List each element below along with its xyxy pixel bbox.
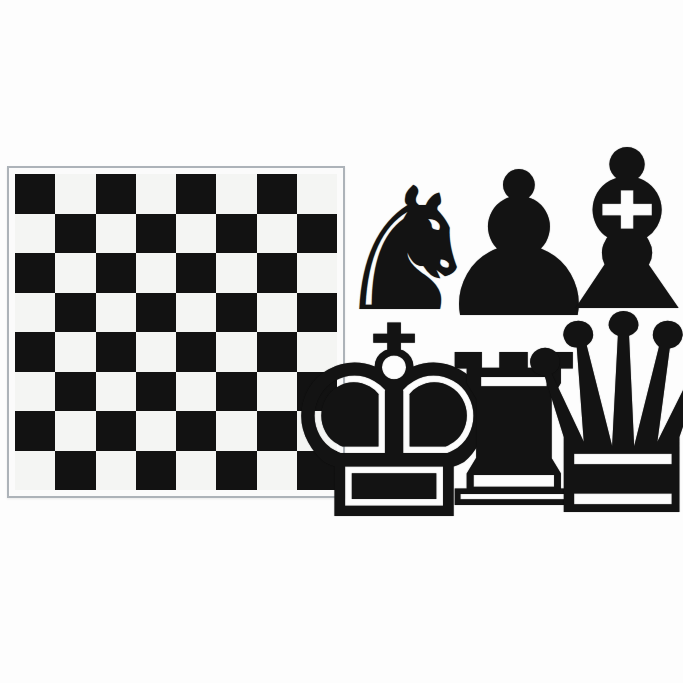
board-square[interactable] — [55, 451, 95, 491]
board-square[interactable] — [15, 174, 55, 214]
board-square[interactable] — [216, 214, 256, 254]
board-square[interactable] — [136, 411, 176, 451]
board-square[interactable] — [15, 372, 55, 412]
board-square[interactable] — [176, 253, 216, 293]
product-photo-stage: ♞ ♟ ♝ ♚ ♜ ♛ — [0, 0, 683, 683]
board-square[interactable] — [136, 214, 176, 254]
board-square[interactable] — [176, 293, 216, 333]
board-square[interactable] — [15, 451, 55, 491]
board-square[interactable] — [55, 332, 95, 372]
board-square[interactable] — [15, 214, 55, 254]
board-square[interactable] — [96, 372, 136, 412]
board-square[interactable] — [96, 293, 136, 333]
board-square[interactable] — [136, 293, 176, 333]
board-square[interactable] — [176, 332, 216, 372]
board-square[interactable] — [136, 451, 176, 491]
board-square[interactable] — [15, 332, 55, 372]
board-square[interactable] — [216, 451, 256, 491]
board-square[interactable] — [55, 411, 95, 451]
board-square[interactable] — [15, 411, 55, 451]
board-square[interactable] — [96, 451, 136, 491]
board-square[interactable] — [257, 174, 297, 214]
board-square[interactable] — [55, 372, 95, 412]
board-square[interactable] — [96, 411, 136, 451]
board-square[interactable] — [136, 253, 176, 293]
board-square[interactable] — [136, 332, 176, 372]
board-square[interactable] — [216, 332, 256, 372]
board-square[interactable] — [216, 411, 256, 451]
board-square[interactable] — [96, 332, 136, 372]
board-square[interactable] — [96, 253, 136, 293]
board-square[interactable] — [136, 174, 176, 214]
board-square[interactable] — [216, 174, 256, 214]
board-square[interactable] — [216, 253, 256, 293]
board-square[interactable] — [176, 214, 216, 254]
piece-black-queen[interactable]: ♛ — [500, 280, 683, 555]
board-square[interactable] — [15, 293, 55, 333]
board-square[interactable] — [55, 174, 95, 214]
board-square[interactable] — [55, 214, 95, 254]
board-square[interactable] — [176, 372, 216, 412]
board-square[interactable] — [96, 214, 136, 254]
board-square[interactable] — [216, 293, 256, 333]
board-square[interactable] — [176, 451, 216, 491]
board-square[interactable] — [176, 174, 216, 214]
board-square[interactable] — [15, 253, 55, 293]
board-square[interactable] — [257, 214, 297, 254]
board-square[interactable] — [136, 372, 176, 412]
board-square[interactable] — [55, 293, 95, 333]
board-square[interactable] — [96, 174, 136, 214]
board-square[interactable] — [176, 411, 216, 451]
board-square[interactable] — [55, 253, 95, 293]
board-square[interactable] — [216, 372, 256, 412]
